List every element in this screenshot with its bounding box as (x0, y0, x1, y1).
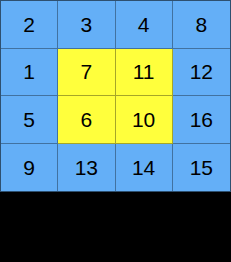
grid-cell-r2c2[interactable]: 7 (58, 49, 115, 97)
grid-cell-r3c3[interactable]: 10 (116, 96, 173, 144)
grid-cell-r4c2[interactable]: 13 (58, 144, 115, 192)
puzzle-board: 2 3 4 8 1 7 11 12 5 6 10 16 9 13 14 15 (0, 0, 231, 192)
grid-cell-r1c1[interactable]: 2 (1, 1, 58, 49)
footer-panel (0, 192, 231, 262)
grid-cell-r3c4[interactable]: 16 (173, 96, 230, 144)
grid-cell-r2c1[interactable]: 1 (1, 49, 58, 97)
grid-cell-r2c4[interactable]: 12 (173, 49, 230, 97)
grid-cell-r1c4[interactable]: 8 (173, 1, 230, 49)
grid-cell-r2c3[interactable]: 11 (116, 49, 173, 97)
grid-cell-r3c2[interactable]: 6 (58, 96, 115, 144)
grid-cell-r1c2[interactable]: 3 (58, 1, 115, 49)
grid-cell-r3c1[interactable]: 5 (1, 96, 58, 144)
grid-cell-r4c3[interactable]: 14 (116, 144, 173, 192)
grid-cell-r1c3[interactable]: 4 (116, 1, 173, 49)
grid-cell-r4c1[interactable]: 9 (1, 144, 58, 192)
grid-cell-r4c4[interactable]: 15 (173, 144, 230, 192)
